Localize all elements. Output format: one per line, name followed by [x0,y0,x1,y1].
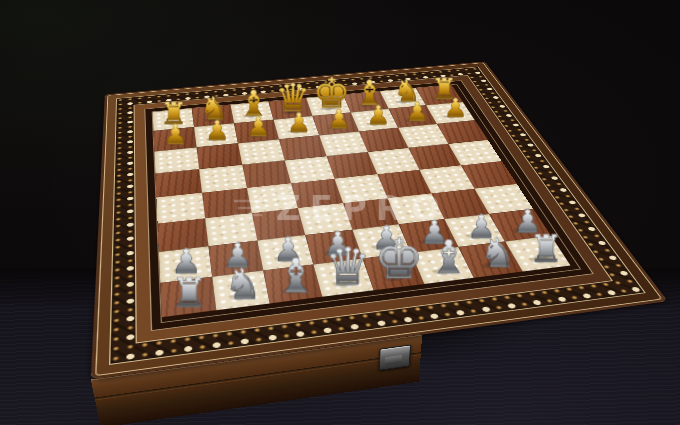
piece-gold-pawn: ♟ [358,103,398,129]
piece-silver-rook: ♜ [521,230,572,268]
square-d4 [291,179,343,208]
stage-3d: ♜♞♝♛♚♝♞♜♟♟♟♟♟♟♟♟♟♟♟♟♟♟♟♟♜♞♝♛♚♝♞♜ [0,0,680,425]
square-d5 [285,156,335,183]
square-b4 [202,188,252,218]
piece-silver-knight: ♞ [216,264,269,307]
piece-gold-pawn: ♟ [436,96,476,122]
piece-gold-pawn: ♟ [279,110,320,137]
piece-silver-king: ♚ [373,231,425,287]
board-face: ♜♞♝♛♚♝♞♜♟♟♟♟♟♟♟♟♟♟♟♟♟♟♟♟♜♞♝♛♚♝♞♜ [91,61,668,379]
piece-silver-rook: ♜ [162,272,216,313]
photo-scene: ♜♞♝♛♚♝♞♜♟♟♟♟♟♟♟♟♟♟♟♟♟♟♟♟♜♞♝♛♚♝♞♜ ZEPRO [0,0,680,425]
piece-silver-knight: ♞ [472,233,523,274]
piece-gold-pawn: ♟ [155,121,197,148]
square-h4 [461,161,517,189]
piece-gold-pawn: ♟ [238,114,279,141]
square-c7: ♟ [234,120,279,144]
square-e7: ♟ [312,112,359,135]
square-a7: ♟ [153,127,196,151]
square-a4 [156,193,205,224]
latch-clasp-icon [379,344,412,370]
square-c5 [242,160,291,188]
piece-silver-queen: ♛ [322,242,374,293]
square-c4 [247,183,298,213]
square-b1: ♞ [212,271,270,311]
square-a1: ♜ [160,277,216,317]
piece-silver-bishop: ♝ [269,252,322,299]
board-grid: ♜♞♝♛♚♝♞♜♟♟♟♟♟♟♟♟♟♟♟♟♟♟♟♟♜♞♝♛♚♝♞♜ [153,85,571,317]
piece-gold-pawn: ♟ [397,99,437,125]
piece-gold-pawn: ♟ [197,118,238,145]
square-c1: ♝ [263,265,322,304]
piece-silver-bishop: ♝ [423,234,475,280]
square-b7: ♟ [194,123,238,147]
piece-gold-pawn: ♟ [319,106,359,133]
frame-margin: ♜♞♝♛♚♝♞♜♟♟♟♟♟♟♟♟♟♟♟♟♟♟♟♟♜♞♝♛♚♝♞♜ [134,75,613,343]
square-d7: ♟ [274,116,320,139]
square-f4 [377,170,431,198]
walnut-inner-frame: ♜♞♝♛♚♝♞♜♟♟♟♟♟♟♟♟♟♟♟♟♟♟♟♟♜♞♝♛♚♝♞♜ [144,80,593,331]
